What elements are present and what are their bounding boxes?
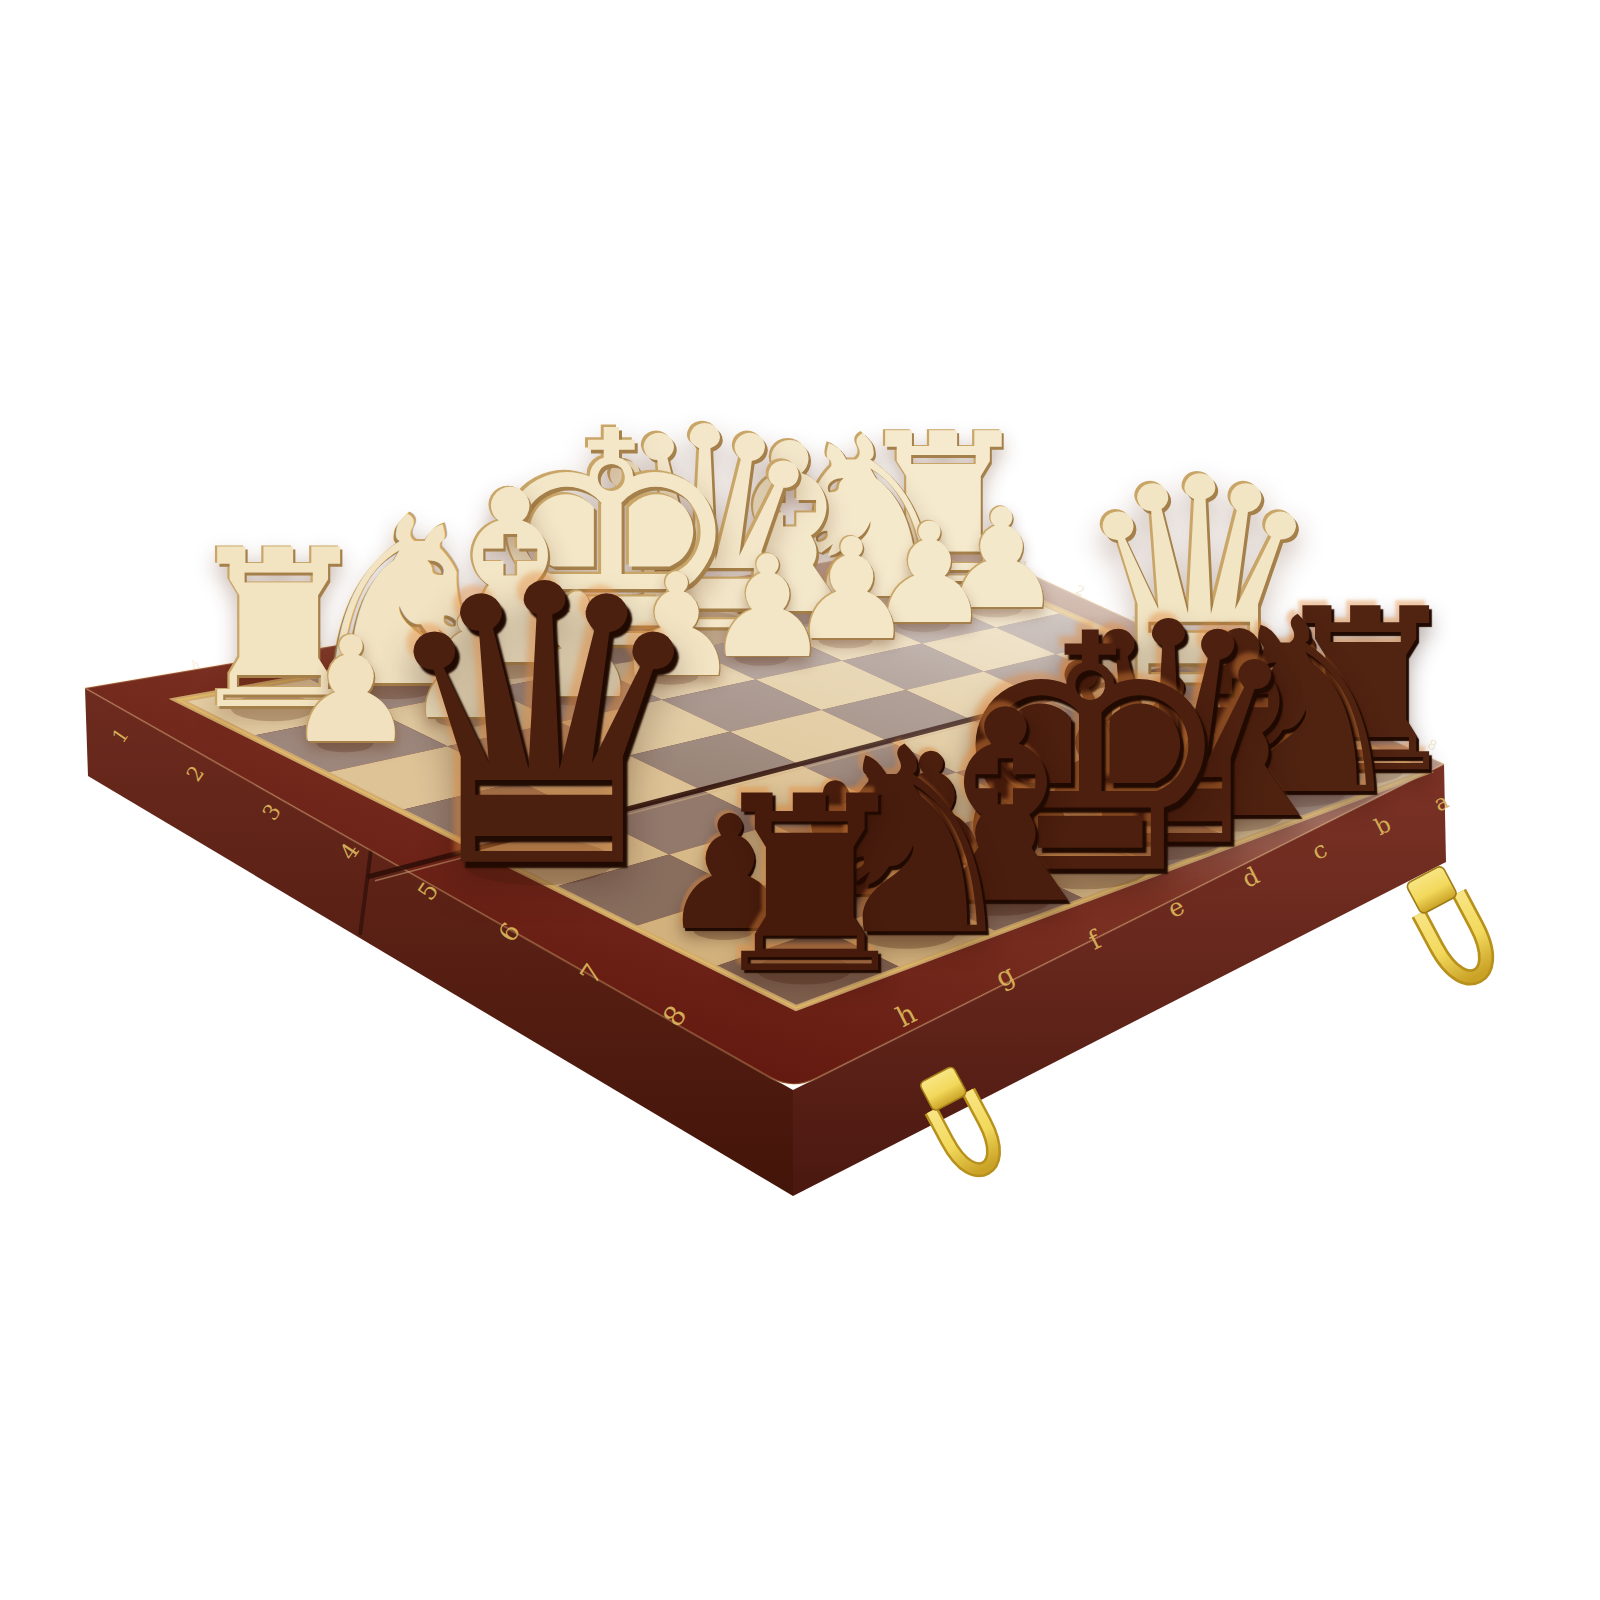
- far-rank-label-4: 4: [1188, 632, 1202, 649]
- far-rank-label-6: 6: [1305, 684, 1319, 701]
- far-rank-label-7: 7: [1365, 710, 1379, 727]
- chess-board: 12345678abcdefgh12345678abcdefgh: [0, 0, 1600, 1600]
- chess-set-photo: 12345678abcdefgh12345678abcdefgh ♜♞♝♛♚♝♞…: [0, 0, 1600, 1600]
- far-rank-label-8: 8: [1425, 736, 1439, 753]
- far-rank-label-5: 5: [1246, 658, 1260, 675]
- clasp-right: [1404, 864, 1498, 986]
